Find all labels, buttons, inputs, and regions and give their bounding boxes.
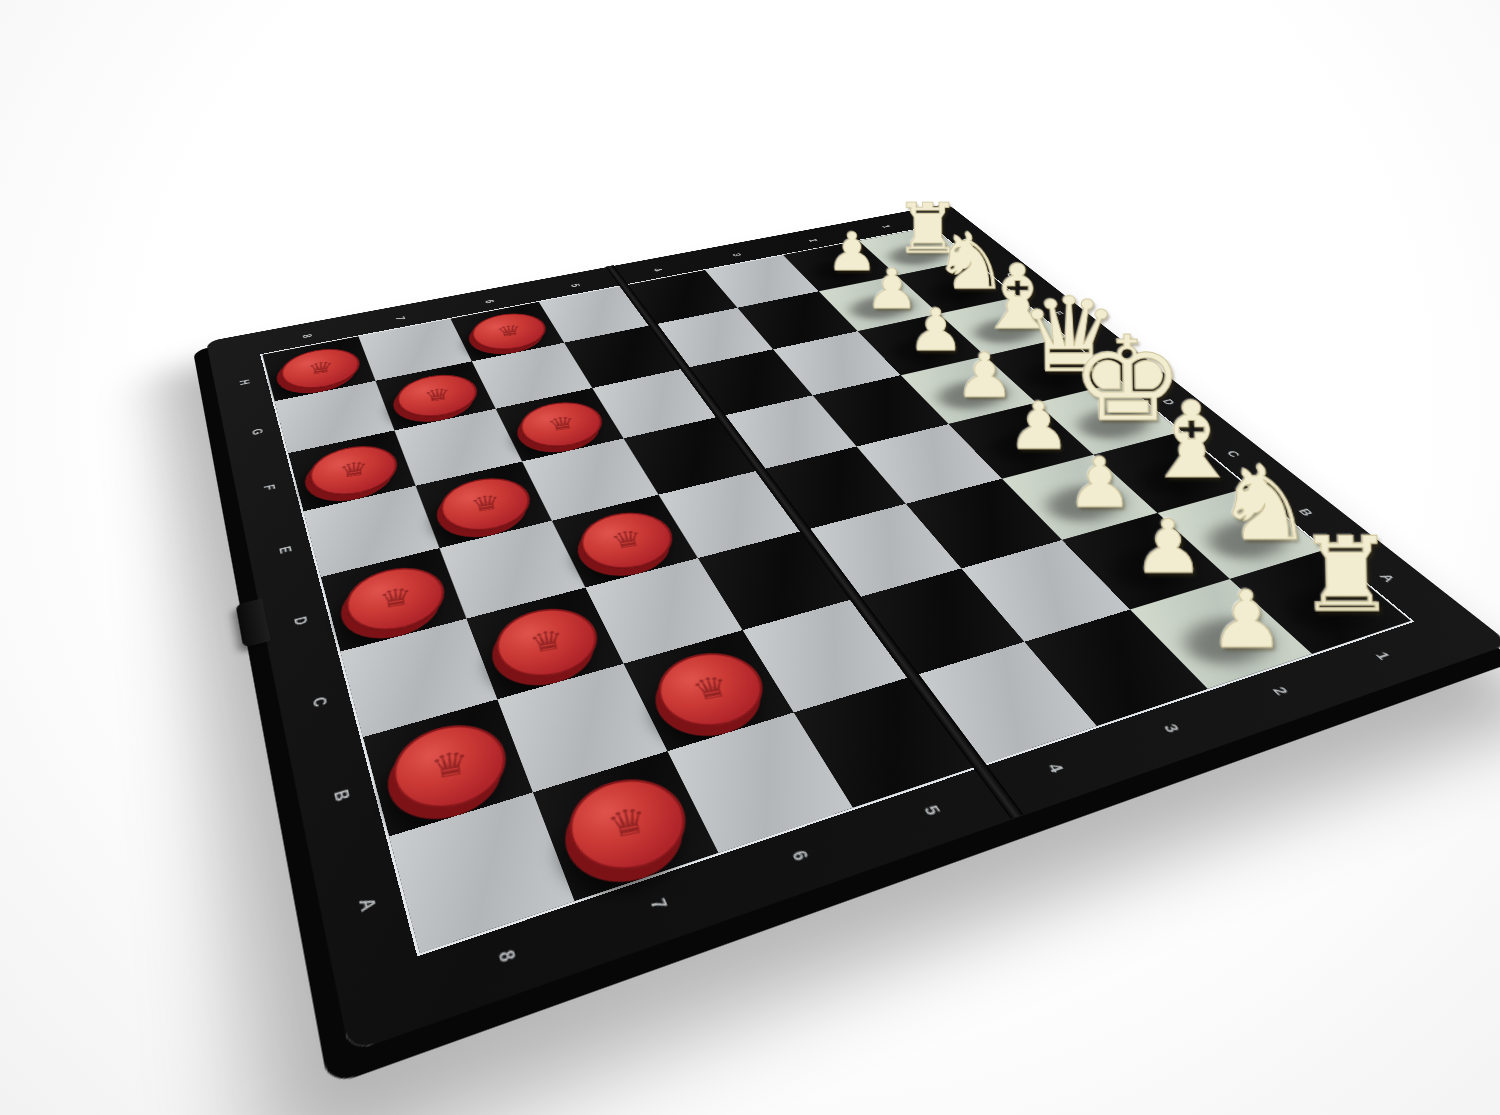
white-pawn[interactable]: ♟	[1066, 450, 1134, 516]
coordinate-label-text: A	[355, 894, 382, 913]
white-rook[interactable]: ♜	[1296, 526, 1398, 625]
white-pawn[interactable]: ♟	[954, 347, 1014, 406]
coordinate-label-text: 4	[1044, 760, 1068, 774]
crown-emboss-icon: ♛	[428, 744, 472, 788]
red-checker[interactable]: ♛	[383, 713, 519, 823]
coordinate-label-text: D	[291, 614, 313, 626]
coordinate-label-text: H	[237, 378, 254, 386]
coordinate-label-text: F	[261, 483, 280, 492]
crown-emboss-icon: ♛	[544, 412, 578, 436]
coordinate-label-text: 6	[482, 298, 497, 304]
latch-tab	[236, 598, 271, 647]
coordinate-label-text: 8	[300, 333, 316, 339]
white-pawn[interactable]: ♟	[1208, 582, 1286, 658]
coordinate-label-text: 7	[646, 895, 673, 912]
coordinate-label-text: E	[275, 544, 295, 554]
crown-emboss-icon: ♛	[377, 582, 414, 615]
folding-game-board: 87654321 87654321 HGFEDCBA HGFEDCBA ♛♛♟♜…	[206, 204, 1500, 1053]
coordinate-label-text: 2	[1269, 684, 1292, 696]
coordinate-label-text: 1	[1372, 650, 1395, 661]
crown-emboss-icon: ♛	[607, 525, 647, 555]
crown-emboss-icon: ♛	[338, 457, 370, 483]
crown-emboss-icon: ♛	[526, 624, 568, 660]
crown-emboss-icon: ♛	[306, 358, 334, 379]
coordinate-label: D	[276, 580, 328, 664]
coordinate-label-text: 5	[568, 282, 583, 287]
coordinate-label-text: 5	[920, 802, 945, 817]
coordinate-label: F	[248, 455, 292, 521]
coordinate-label-text: B	[330, 786, 355, 803]
coordinate-label-text: C	[309, 694, 332, 708]
crown-emboss-icon: ♛	[687, 669, 734, 708]
crown-emboss-icon: ♛	[603, 799, 653, 847]
coordinate-label-text: 3	[730, 252, 745, 257]
coordinate-label-text: 2	[806, 238, 820, 243]
coordinate-label-text: 6	[788, 847, 814, 863]
coordinate-label-text: 7	[393, 315, 409, 321]
red-checker[interactable]: ♛	[511, 395, 614, 454]
coordinate-label: H	[226, 356, 265, 408]
coordinate-label-text: 3	[1160, 721, 1184, 734]
red-checker[interactable]: ♛	[303, 438, 405, 503]
red-checker[interactable]: ♛	[554, 766, 703, 886]
white-pawn[interactable]: ♟	[1132, 512, 1205, 583]
crown-emboss-icon: ♛	[494, 322, 524, 341]
board-frame: 87654321 87654321 HGFEDCBA HGFEDCBA ♛♛♟♜…	[206, 204, 1500, 1053]
white-pawn[interactable]: ♟	[1007, 395, 1071, 457]
coordinate-label: G	[237, 403, 278, 461]
product-photo-stage: 87654321 87654321 HGFEDCBA HGFEDCBA ♛♛♟♜…	[0, 0, 1500, 1115]
coordinate-label-text: 1	[880, 224, 894, 229]
crown-emboss-icon: ♛	[422, 384, 453, 406]
coordinate-label-text: G	[248, 427, 266, 436]
board-grid: ♛♛♟♜♛♟♞♛♛♟♝♛♟♛♛♛♟♚♛♟♝♛♛♟♞♛♟♜	[260, 226, 1414, 957]
scene: 87654321 87654321 HGFEDCBA HGFEDCBA ♛♛♟♜…	[0, 0, 1500, 1115]
coordinate-label: E	[261, 514, 309, 588]
coordinate-label-text: 8	[494, 946, 522, 964]
coordinate-label-text: 4	[651, 267, 666, 272]
crown-emboss-icon: ♛	[468, 490, 504, 518]
